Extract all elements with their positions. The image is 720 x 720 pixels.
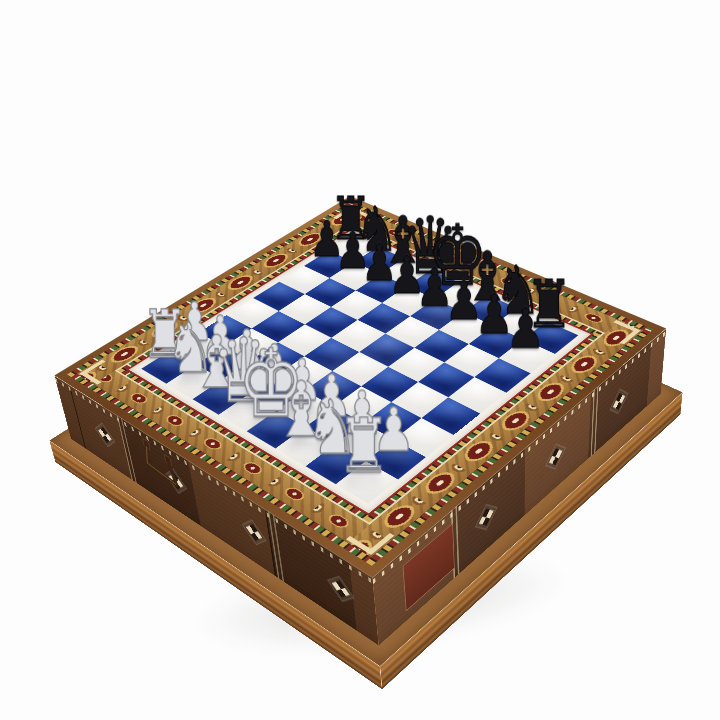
white-rook-h1: ♜ xyxy=(337,409,391,484)
black-pawn-h7: ♟ xyxy=(505,302,545,357)
board-top-face: ♜♞♝♛♚♝♞♜♟♟♟♟♟♟♟♟♟♟♟♟♟♟♟♟♜♞♝♛♚♝♞♜ xyxy=(54,196,666,577)
chess-set-photo: ♜♞♝♛♚♝♞♜♟♟♟♟♟♟♟♟♟♟♟♟♟♟♟♟♜♞♝♛♚♝♞♜ xyxy=(0,0,720,720)
camera-tilt-wrapper: ♜♞♝♛♚♝♞♜♟♟♟♟♟♟♟♟♟♟♟♟♟♟♟♟♜♞♝♛♚♝♞♜ xyxy=(0,0,720,720)
